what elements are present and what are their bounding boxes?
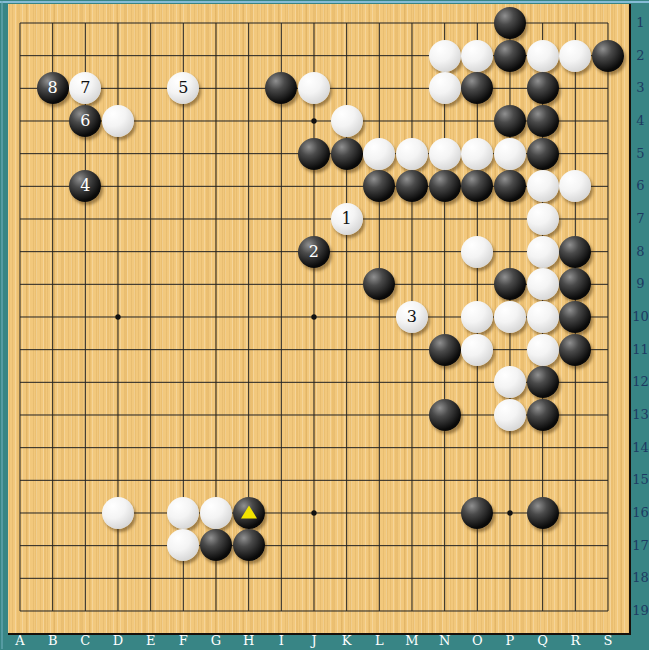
stone-white-P12 [494, 366, 526, 398]
stone-black-G17 [200, 529, 232, 561]
stone-white-K7: 1 [331, 203, 363, 235]
stone-white-O8 [461, 236, 493, 268]
row-label-13: 13 [632, 407, 649, 422]
stone-black-C6: 4 [69, 170, 101, 202]
stone-black-P2 [494, 40, 526, 72]
row-label-10: 10 [632, 309, 649, 324]
column-label-D: D [108, 633, 128, 648]
stone-white-D4 [102, 105, 134, 137]
stone-white-P5 [494, 138, 526, 170]
column-label-S: S [598, 633, 618, 648]
stone-black-I3 [265, 72, 297, 104]
stone-black-N6 [429, 170, 461, 202]
stone-black-O6 [461, 170, 493, 202]
stone-black-P4 [494, 105, 526, 137]
row-label-11: 11 [632, 342, 649, 357]
stone-black-R8 [559, 236, 591, 268]
move-number-1: 1 [341, 211, 351, 227]
stone-white-Q11 [527, 334, 559, 366]
stone-white-K4 [331, 105, 363, 137]
column-label-M: M [402, 633, 422, 648]
stone-white-L5 [363, 138, 395, 170]
stone-white-Q9 [527, 268, 559, 300]
stone-white-R2 [559, 40, 591, 72]
go-board[interactable]: 87564123 [8, 4, 631, 635]
stone-black-P9 [494, 268, 526, 300]
move-number-5: 5 [178, 80, 188, 96]
move-number-4: 4 [80, 178, 90, 194]
column-label-P: P [500, 633, 520, 648]
stone-white-F3: 5 [167, 72, 199, 104]
move-number-6: 6 [80, 113, 90, 129]
stone-black-Q3 [527, 72, 559, 104]
row-label-14: 14 [632, 440, 649, 455]
stone-white-N2 [429, 40, 461, 72]
stone-black-K5 [331, 138, 363, 170]
stone-black-O3 [461, 72, 493, 104]
stone-white-O11 [461, 334, 493, 366]
row-label-19: 19 [632, 603, 649, 618]
stone-black-P6 [494, 170, 526, 202]
stone-white-Q7 [527, 203, 559, 235]
stone-black-B3: 8 [37, 72, 69, 104]
stone-black-N11 [429, 334, 461, 366]
stone-black-J8: 2 [298, 236, 330, 268]
column-label-I: I [271, 633, 291, 648]
stone-black-M6 [396, 170, 428, 202]
column-label-O: O [467, 633, 487, 648]
row-label-3: 3 [632, 80, 649, 95]
column-label-N: N [435, 633, 455, 648]
stone-white-N5 [429, 138, 461, 170]
move-number-2: 2 [309, 244, 319, 260]
stone-white-G16 [200, 497, 232, 529]
stone-white-Q6 [527, 170, 559, 202]
column-label-H: H [239, 633, 259, 648]
column-label-L: L [369, 633, 389, 648]
column-label-E: E [141, 633, 161, 648]
column-label-B: B [43, 633, 63, 648]
stone-white-J3 [298, 72, 330, 104]
stone-black-Q13 [527, 399, 559, 431]
column-label-C: C [75, 633, 95, 648]
stone-black-L6 [363, 170, 395, 202]
stone-white-O5 [461, 138, 493, 170]
stone-white-Q8 [527, 236, 559, 268]
row-label-4: 4 [632, 113, 649, 128]
stone-white-M5 [396, 138, 428, 170]
column-label-Q: Q [533, 633, 553, 648]
stone-black-L9 [363, 268, 395, 300]
stone-black-H16 [233, 497, 265, 529]
stone-black-Q4 [527, 105, 559, 137]
row-label-2: 2 [632, 48, 649, 63]
stone-grid: 87564123 [4, 7, 624, 627]
stone-black-R11 [559, 334, 591, 366]
column-label-G: G [206, 633, 226, 648]
stone-white-C3: 7 [69, 72, 101, 104]
stone-black-C4: 6 [69, 105, 101, 137]
stone-black-R9 [559, 268, 591, 300]
stone-white-P13 [494, 399, 526, 431]
stone-white-R6 [559, 170, 591, 202]
stone-black-Q5 [527, 138, 559, 170]
stone-white-N3 [429, 72, 461, 104]
column-label-F: F [173, 633, 193, 648]
row-label-17: 17 [632, 538, 649, 553]
move-number-3: 3 [407, 309, 417, 325]
move-number-8: 8 [48, 80, 58, 96]
column-label-K: K [337, 633, 357, 648]
row-label-7: 7 [632, 211, 649, 226]
stone-white-F17 [167, 529, 199, 561]
stone-black-J5 [298, 138, 330, 170]
stone-black-N13 [429, 399, 461, 431]
stone-white-F16 [167, 497, 199, 529]
row-label-5: 5 [632, 146, 649, 161]
row-label-9: 9 [632, 276, 649, 291]
triangle-marker-icon [241, 505, 257, 518]
row-label-18: 18 [632, 570, 649, 585]
stone-black-Q16 [527, 497, 559, 529]
stone-white-Q2 [527, 40, 559, 72]
column-label-A: A [10, 633, 30, 648]
stone-black-P1 [494, 7, 526, 39]
column-label-R: R [565, 633, 585, 648]
row-label-8: 8 [632, 244, 649, 259]
row-label-16: 16 [632, 505, 649, 520]
move-number-7: 7 [80, 80, 90, 96]
stone-white-D16 [102, 497, 134, 529]
stone-white-O2 [461, 40, 493, 72]
row-label-12: 12 [632, 374, 649, 389]
stone-black-S2 [592, 40, 624, 72]
row-label-1: 1 [632, 15, 649, 30]
stone-white-M10: 3 [396, 301, 428, 333]
stone-black-R10 [559, 301, 591, 333]
window-top-highlight [0, 1, 649, 3]
stone-white-P10 [494, 301, 526, 333]
stone-white-O10 [461, 301, 493, 333]
row-label-15: 15 [632, 472, 649, 487]
stone-black-O16 [461, 497, 493, 529]
stone-black-H17 [233, 529, 265, 561]
stone-black-Q12 [527, 366, 559, 398]
column-label-J: J [304, 633, 324, 648]
stone-white-Q10 [527, 301, 559, 333]
row-label-6: 6 [632, 178, 649, 193]
